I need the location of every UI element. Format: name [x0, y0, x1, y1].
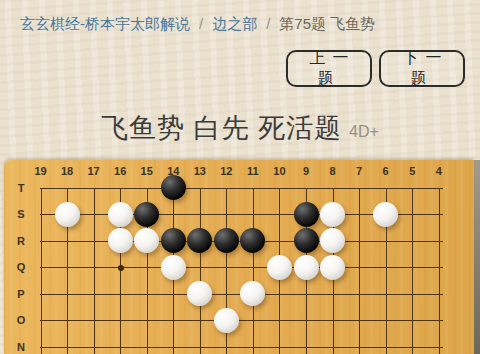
- breadcrumb-separator: /: [266, 15, 270, 32]
- row-label: O: [11, 313, 31, 327]
- column-label: 5: [402, 164, 422, 178]
- column-label: 13: [190, 164, 210, 178]
- stone-white-S16: [108, 202, 133, 227]
- stone-white-P11: [240, 281, 265, 306]
- stone-white-S8: [320, 202, 345, 227]
- stone-white-R15: [134, 228, 159, 253]
- grid-line: [359, 188, 360, 354]
- grid-line: [40, 188, 443, 189]
- breadcrumb-current-problem: 第75题 飞鱼势: [279, 15, 375, 34]
- stone-white-Q8: [320, 255, 345, 280]
- breadcrumb-separator: /: [199, 15, 203, 32]
- grid-line: [439, 188, 440, 354]
- stone-black-S15: [134, 202, 159, 227]
- column-label: 18: [57, 164, 77, 178]
- row-label: Q: [11, 260, 31, 274]
- problem-title: 飞鱼势 白先 死活题 4D+: [0, 110, 480, 146]
- stone-black-R12: [214, 228, 239, 253]
- problem-nav: 上一题 下一题: [286, 50, 465, 87]
- row-label: S: [11, 207, 31, 221]
- stone-white-O12: [214, 308, 239, 333]
- column-label: 19: [31, 164, 51, 178]
- row-label: T: [11, 181, 31, 195]
- breadcrumb: 玄玄棋经-桥本宇太郎解说 / 边之部 / 第75题 飞鱼势: [20, 15, 375, 34]
- stone-white-R16: [108, 228, 133, 253]
- previous-problem-button[interactable]: 上一题: [286, 50, 372, 87]
- stone-black-R9: [294, 228, 319, 253]
- stone-black-T14: [161, 175, 186, 200]
- grid-line: [40, 320, 443, 321]
- stone-white-S6: [373, 202, 398, 227]
- column-label: 10: [269, 164, 289, 178]
- grid-line: [94, 188, 95, 354]
- grid-line: [253, 188, 254, 354]
- column-label: 6: [376, 164, 396, 178]
- column-label: 16: [110, 164, 130, 178]
- grid-line: [412, 188, 413, 354]
- stone-white-Q10: [267, 255, 292, 280]
- board-wood-grain: [4, 160, 474, 354]
- star-point: [118, 265, 124, 271]
- column-label: 7: [349, 164, 369, 178]
- next-problem-button[interactable]: 下一题: [379, 50, 465, 87]
- column-label: 17: [84, 164, 104, 178]
- grid-line: [40, 267, 443, 268]
- column-label: 15: [137, 164, 157, 178]
- problem-difficulty-badge: 4D+: [349, 123, 379, 141]
- column-label: 4: [429, 164, 449, 178]
- column-label: 8: [323, 164, 343, 178]
- grid-line: [200, 188, 201, 354]
- stone-black-R13: [187, 228, 212, 253]
- breadcrumb-section-link[interactable]: 边之部: [212, 15, 257, 34]
- stone-black-R14: [161, 228, 186, 253]
- stone-white-P13: [187, 281, 212, 306]
- row-label: P: [11, 287, 31, 301]
- stone-white-R8: [320, 228, 345, 253]
- row-label: R: [11, 234, 31, 248]
- problem-title-text: 飞鱼势 白先 死活题: [101, 110, 342, 146]
- stone-black-S9: [294, 202, 319, 227]
- board-right-edge: [474, 160, 480, 354]
- stone-black-R11: [240, 228, 265, 253]
- row-label: N: [11, 340, 31, 354]
- go-board[interactable]: 19181716151413121110987654TSRQPON: [4, 160, 474, 354]
- stone-white-Q9: [294, 255, 319, 280]
- grid-line: [40, 347, 443, 348]
- column-label: 11: [243, 164, 263, 178]
- stone-white-S18: [55, 202, 80, 227]
- breadcrumb-book-link[interactable]: 玄玄棋经-桥本宇太郎解说: [20, 15, 190, 34]
- stone-white-Q14: [161, 255, 186, 280]
- column-label: 9: [296, 164, 316, 178]
- column-label: 12: [216, 164, 236, 178]
- grid-line: [41, 188, 42, 354]
